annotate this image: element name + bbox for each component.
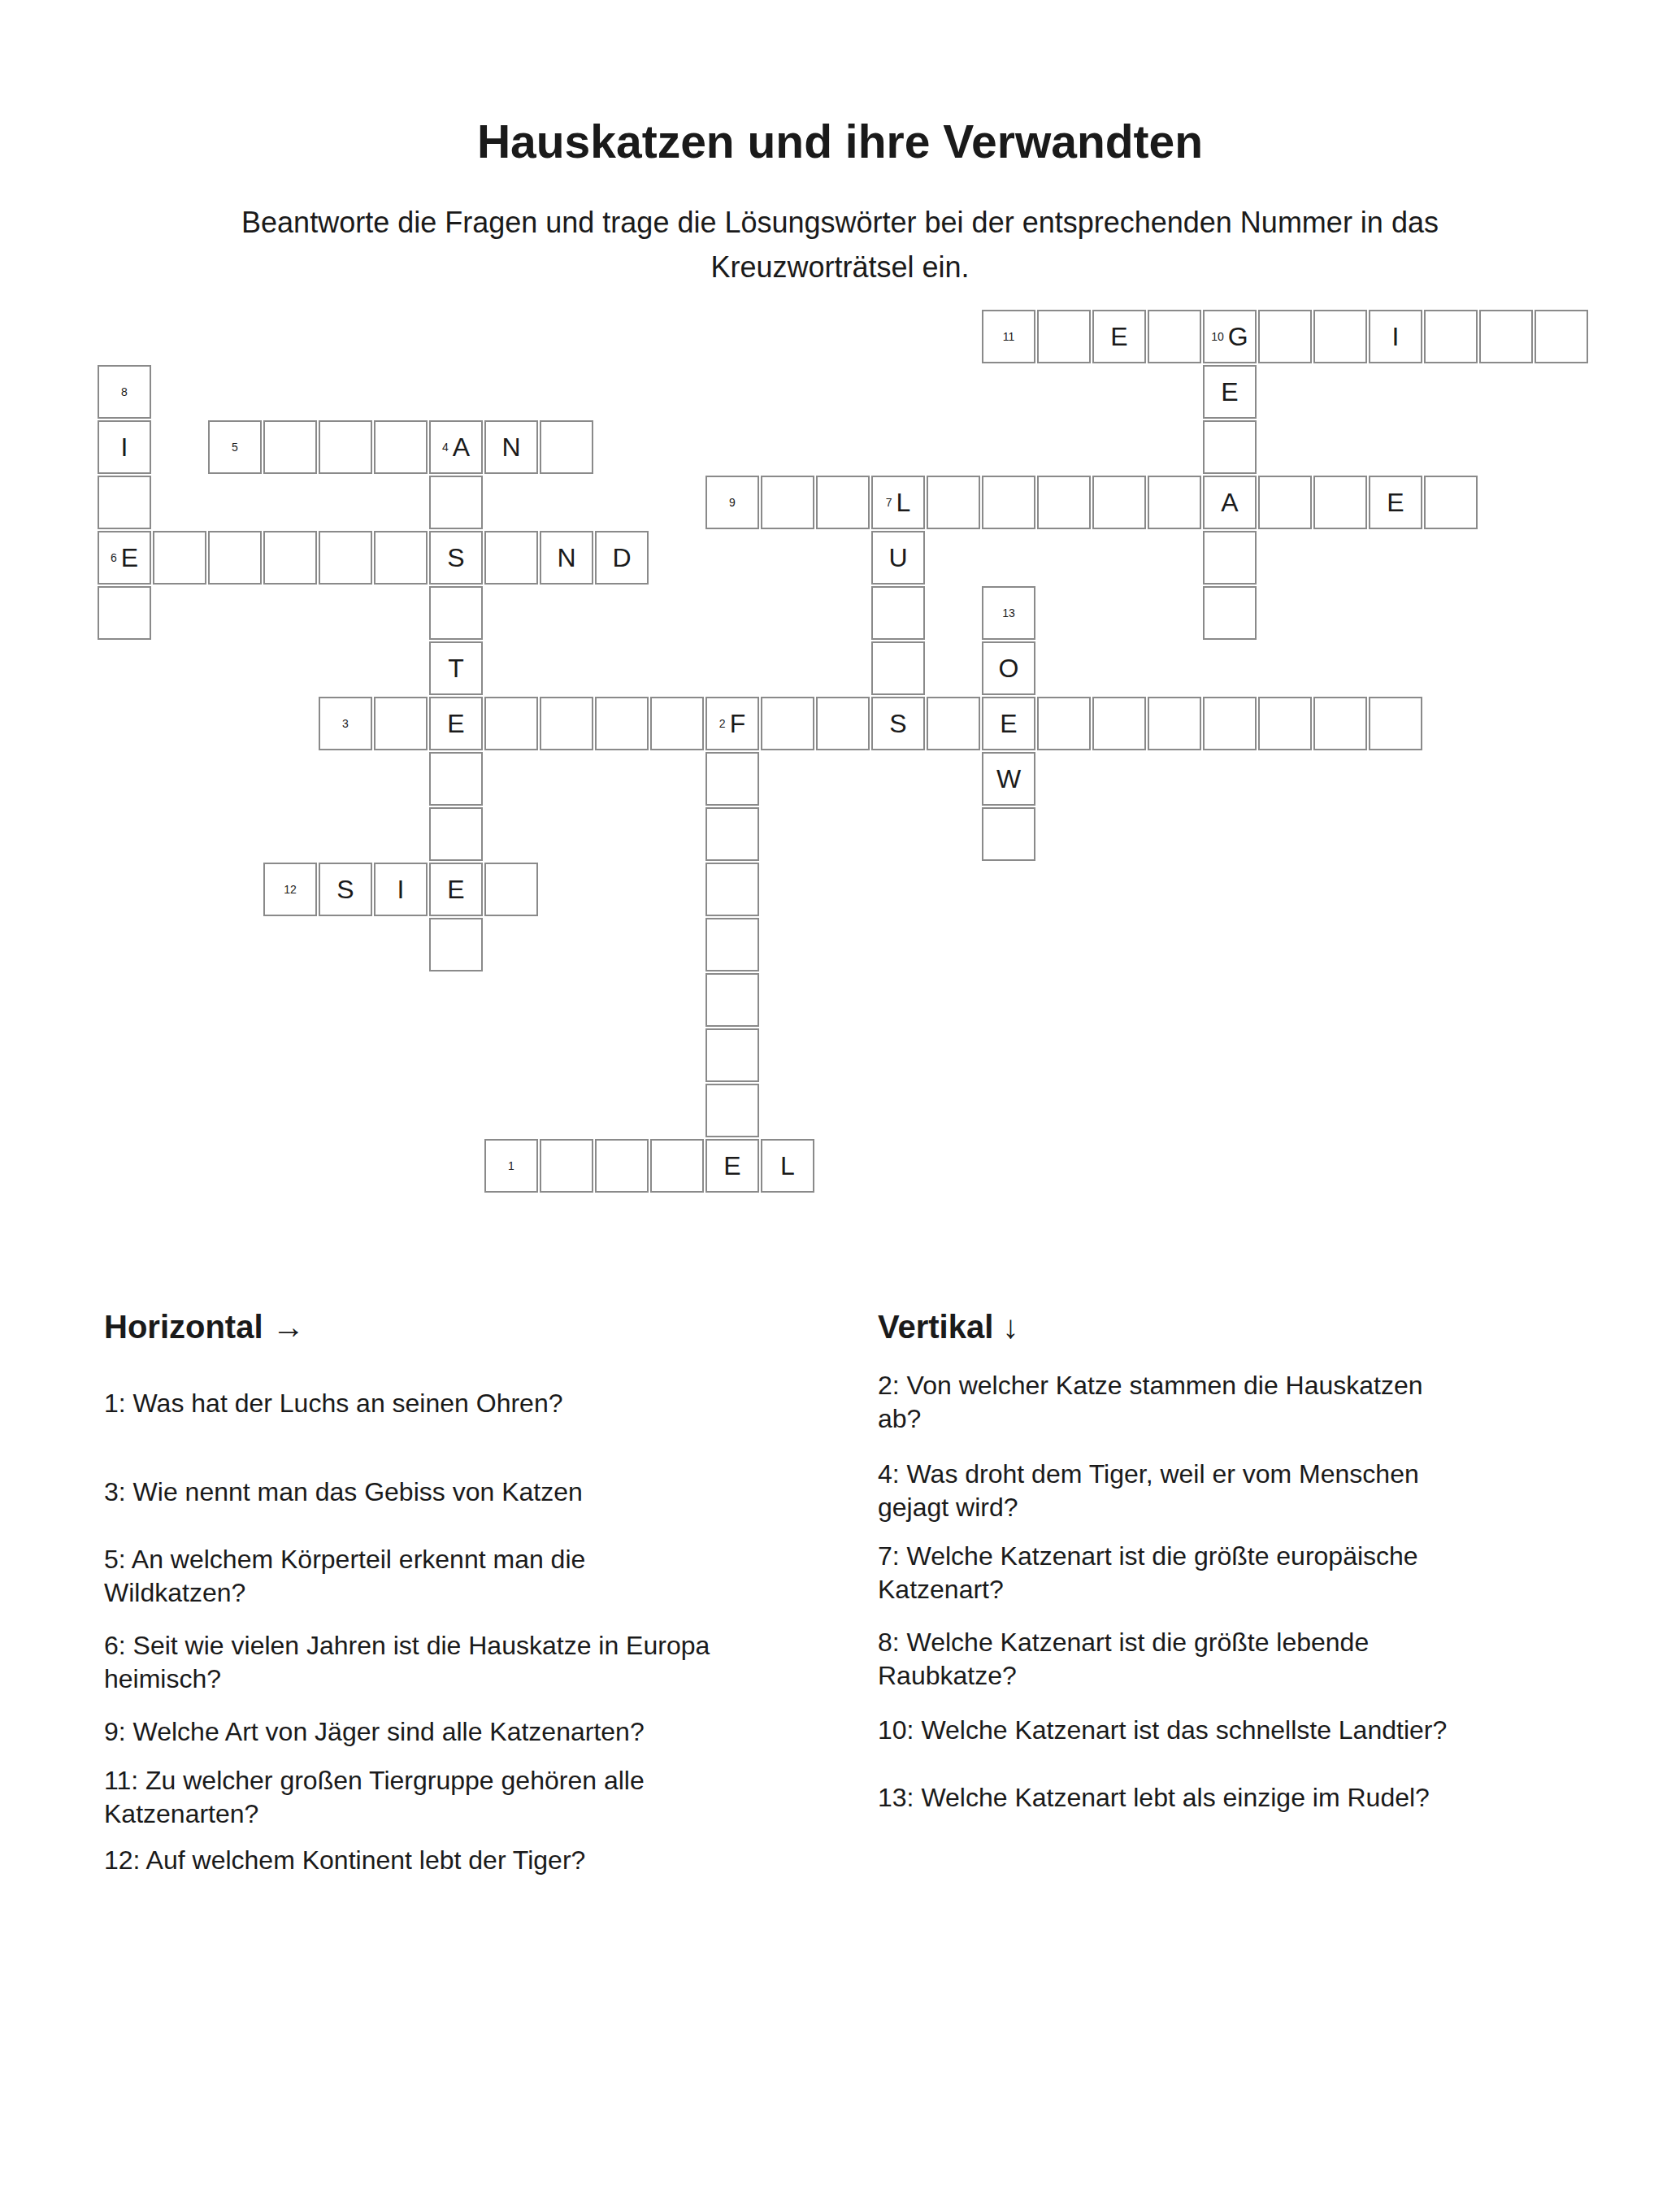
- grid-cell[interactable]: [705, 1028, 759, 1082]
- grid-cell[interactable]: [1203, 586, 1257, 640]
- grid-cell[interactable]: 9: [705, 476, 759, 529]
- grid-cell[interactable]: E: [1092, 310, 1146, 363]
- down-clue-list: 2: Von welcher Katze stammen die Hauskat…: [878, 1369, 1634, 1815]
- grid-cell[interactable]: [1258, 697, 1312, 750]
- grid-cell[interactable]: [484, 697, 538, 750]
- grid-cell[interactable]: [429, 918, 483, 971]
- grid-cell[interactable]: [1203, 697, 1257, 750]
- down-heading: Vertikal ↓: [878, 1307, 1634, 1346]
- cell-letter: N: [501, 434, 520, 460]
- grid-cell[interactable]: [1203, 531, 1257, 585]
- clue-number: 4: [442, 441, 449, 453]
- grid-cell[interactable]: [374, 531, 428, 585]
- grid-cell[interactable]: L: [761, 1139, 814, 1193]
- clue-number: 2: [719, 718, 726, 729]
- cell-letter: E: [121, 545, 138, 571]
- grid-cell[interactable]: O: [982, 641, 1035, 695]
- grid-cell[interactable]: [705, 1084, 759, 1137]
- cell-letter: E: [447, 876, 464, 902]
- grid-cell[interactable]: [1535, 310, 1588, 363]
- clue-number: 13: [1002, 607, 1015, 619]
- clue-number: 6: [111, 552, 117, 563]
- grid-cell[interactable]: [927, 697, 980, 750]
- grid-cell[interactable]: D: [595, 531, 649, 585]
- grid-cell[interactable]: [1369, 697, 1422, 750]
- grid-cell[interactable]: [429, 586, 483, 640]
- cell-letter: E: [1000, 711, 1017, 737]
- grid-cell[interactable]: A: [1203, 476, 1257, 529]
- grid-cell[interactable]: [1037, 310, 1091, 363]
- cell-letter: G: [1228, 324, 1248, 350]
- grid-cell[interactable]: [540, 1139, 593, 1193]
- grid-cell[interactable]: 4A: [429, 420, 483, 474]
- cell-letter: I: [397, 876, 405, 902]
- cell-letter: U: [888, 545, 907, 571]
- grid-cell[interactable]: [484, 531, 538, 585]
- across-heading: Horizontal →: [104, 1307, 860, 1346]
- grid-cell[interactable]: [429, 807, 483, 861]
- clue-item: 5: An welchem Körperteil erkennt man die…: [104, 1543, 860, 1610]
- grid-cell[interactable]: E: [429, 697, 483, 750]
- grid-cell[interactable]: [429, 752, 483, 806]
- grid-cell[interactable]: 13: [982, 586, 1035, 640]
- grid-cell[interactable]: [98, 586, 151, 640]
- grid-cell[interactable]: [484, 863, 538, 916]
- grid-cell[interactable]: N: [484, 420, 538, 474]
- grid-cell[interactable]: [1037, 476, 1091, 529]
- clue-number: 10: [1211, 331, 1224, 342]
- cell-letter: S: [889, 711, 906, 737]
- grid-cell[interactable]: [1148, 476, 1201, 529]
- cell-letter: E: [1387, 489, 1404, 515]
- grid-cell[interactable]: [1424, 310, 1478, 363]
- grid-cell[interactable]: I: [374, 863, 428, 916]
- grid-cell[interactable]: S: [429, 531, 483, 585]
- grid-cell[interactable]: [705, 863, 759, 916]
- cell-letter: I: [121, 434, 128, 460]
- grid-cell[interactable]: I: [1369, 310, 1422, 363]
- grid-cell[interactable]: [1148, 310, 1201, 363]
- grid-cell[interactable]: [1258, 310, 1312, 363]
- cell-letter: E: [1221, 379, 1238, 405]
- grid-cell[interactable]: 12: [263, 863, 317, 916]
- grid-cell[interactable]: [705, 918, 759, 971]
- grid-cell[interactable]: [650, 1139, 704, 1193]
- grid-cell[interactable]: [374, 697, 428, 750]
- grid-cell[interactable]: [1424, 476, 1478, 529]
- grid-cell[interactable]: [374, 420, 428, 474]
- clue-item: 7: Welche Katzenart ist die größte europ…: [878, 1540, 1634, 1606]
- cell-letter: S: [447, 545, 464, 571]
- grid-cell[interactable]: E: [1369, 476, 1422, 529]
- grid-cell[interactable]: 11: [982, 310, 1035, 363]
- cell-letter: N: [557, 545, 575, 571]
- grid-cell[interactable]: [816, 476, 870, 529]
- grid-cell[interactable]: [1479, 310, 1533, 363]
- clue-number: 3: [342, 718, 349, 729]
- grid-cell[interactable]: [1313, 476, 1367, 529]
- clue-item: 1: Was hat der Luchs an seinen Ohren?: [104, 1387, 860, 1420]
- grid-cell[interactable]: [98, 476, 151, 529]
- grid-cell[interactable]: 7L: [871, 476, 925, 529]
- cell-letter: W: [996, 766, 1021, 792]
- grid-cell[interactable]: [982, 476, 1035, 529]
- grid-cell[interactable]: E: [982, 697, 1035, 750]
- clue-number: 11: [1003, 331, 1015, 342]
- grid-cell[interactable]: [1092, 697, 1146, 750]
- grid-cell[interactable]: W: [982, 752, 1035, 806]
- grid-cell[interactable]: [705, 807, 759, 861]
- grid-cell[interactable]: [153, 531, 206, 585]
- grid-cell[interactable]: T: [429, 641, 483, 695]
- grid-cell[interactable]: [705, 973, 759, 1027]
- grid-cell[interactable]: I: [98, 420, 151, 474]
- grid-cell[interactable]: [1258, 476, 1312, 529]
- grid-cell[interactable]: U: [871, 531, 925, 585]
- grid-cell[interactable]: [595, 1139, 649, 1193]
- grid-cell[interactable]: 8: [98, 365, 151, 419]
- clue-item: 8: Welche Katzenart ist die größte leben…: [878, 1626, 1634, 1693]
- grid-cell[interactable]: 2F: [705, 697, 759, 750]
- clue-number: 5: [232, 441, 238, 453]
- grid-cell[interactable]: [208, 531, 262, 585]
- grid-cell[interactable]: E: [705, 1139, 759, 1193]
- cell-letter: O: [999, 655, 1019, 681]
- grid-cell[interactable]: [761, 697, 814, 750]
- grid-cell[interactable]: [1313, 310, 1367, 363]
- grid-cell[interactable]: [650, 697, 704, 750]
- clue-number: 9: [729, 497, 736, 508]
- grid-cell[interactable]: [1203, 420, 1257, 474]
- grid-cell[interactable]: [1148, 697, 1201, 750]
- page-title: Hauskatzen und ihre Verwandten: [0, 119, 1680, 165]
- clue-number: 8: [121, 386, 128, 398]
- grid-cell[interactable]: [871, 641, 925, 695]
- cell-letter: L: [780, 1153, 795, 1179]
- clues-down-section: Vertikal ↓ 2: Von welcher Katze stammen …: [878, 1307, 1634, 1815]
- clue-item: 11: Zu welcher großen Tiergruppe gehören…: [104, 1764, 860, 1831]
- page: Hauskatzen und ihre Verwandten Beantwort…: [0, 0, 1680, 2195]
- grid-cell[interactable]: [540, 420, 593, 474]
- grid-cell[interactable]: [816, 697, 870, 750]
- clues-across-section: Horizontal → 1: Was hat der Luchs an sei…: [104, 1307, 860, 1877]
- grid-cell[interactable]: [871, 586, 925, 640]
- cell-letter: F: [730, 711, 746, 737]
- grid-cell[interactable]: S: [319, 863, 372, 916]
- cell-letter: L: [896, 489, 911, 515]
- grid-cell[interactable]: E: [1203, 365, 1257, 419]
- grid-cell[interactable]: [263, 531, 317, 585]
- grid-cell[interactable]: [429, 476, 483, 529]
- clue-number: 1: [508, 1160, 514, 1171]
- grid-cell[interactable]: [540, 697, 593, 750]
- clue-item: 10: Welche Katzenart ist das schnellste …: [878, 1714, 1634, 1747]
- grid-cell[interactable]: [263, 420, 317, 474]
- cell-letter: T: [448, 655, 464, 681]
- clue-item: 2: Von welcher Katze stammen die Hauskat…: [878, 1369, 1634, 1436]
- grid-cell[interactable]: 5: [208, 420, 262, 474]
- crossword-grid: 11E10GI8EI54AN97LAE6ESNDU13TO3E2FSEW12SI…: [98, 310, 1588, 1193]
- grid-cell[interactable]: E: [429, 863, 483, 916]
- clue-number: 12: [284, 884, 297, 895]
- cell-letter: E: [447, 711, 464, 737]
- grid-cell[interactable]: [319, 531, 372, 585]
- clue-item: 6: Seit wie vielen Jahren ist die Hauska…: [104, 1629, 860, 1696]
- cell-letter: E: [1110, 324, 1127, 350]
- grid-cell[interactable]: [705, 752, 759, 806]
- grid-cell[interactable]: [1092, 476, 1146, 529]
- clue-item: 3: Wie nennt man das Gebiss von Katzen: [104, 1476, 860, 1509]
- grid-cell[interactable]: [927, 476, 980, 529]
- cell-letter: A: [1221, 489, 1238, 515]
- grid-cell[interactable]: [595, 697, 649, 750]
- clue-item: 12: Auf welchem Kontinent lebt der Tiger…: [104, 1844, 860, 1877]
- grid-cell[interactable]: [1313, 697, 1367, 750]
- cell-letter: E: [723, 1153, 740, 1179]
- grid-cell[interactable]: [1037, 697, 1091, 750]
- clue-number: 7: [886, 497, 892, 508]
- clue-item: 9: Welche Art von Jäger sind alle Katzen…: [104, 1715, 860, 1749]
- grid-cell[interactable]: [761, 476, 814, 529]
- clue-item: 13: Welche Katzenart lebt als einzige im…: [878, 1781, 1634, 1815]
- grid-cell[interactable]: [982, 807, 1035, 861]
- cell-letter: I: [1392, 324, 1400, 350]
- grid-cell[interactable]: [319, 420, 372, 474]
- instructions: Beantworte die Fragen und trage die Lösu…: [0, 200, 1680, 289]
- cell-letter: S: [336, 876, 354, 902]
- cell-letter: D: [612, 545, 631, 571]
- across-clue-list: 1: Was hat der Luchs an seinen Ohren?3: …: [104, 1387, 860, 1877]
- grid-cell[interactable]: 10G: [1203, 310, 1257, 363]
- grid-cell[interactable]: 6E: [98, 531, 151, 585]
- grid-cell[interactable]: 3: [319, 697, 372, 750]
- grid-cell[interactable]: S: [871, 697, 925, 750]
- clue-item: 4: Was droht dem Tiger, weil er vom Mens…: [878, 1458, 1634, 1524]
- cell-letter: A: [453, 434, 470, 460]
- grid-cell[interactable]: N: [540, 531, 593, 585]
- grid-cell[interactable]: 1: [484, 1139, 538, 1193]
